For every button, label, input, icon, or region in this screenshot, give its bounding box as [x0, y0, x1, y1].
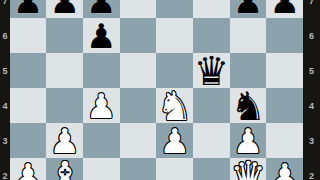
square-d5[interactable] [120, 53, 157, 88]
square-h2[interactable]: ♟ [266, 158, 303, 180]
rank-label-right-5: 5 [303, 66, 320, 76]
rank-label-right-7: 7 [303, 0, 320, 6]
rank-label-left-7: 7 [0, 0, 10, 6]
square-e2[interactable] [156, 158, 193, 180]
white-knight[interactable]: ♞ [157, 86, 193, 126]
square-b4[interactable] [46, 88, 83, 123]
chess-board: ♟♟♟♟♟♟♛♟♞♞♟♟♟♟♝♛♟ [10, 0, 304, 180]
black-pawn[interactable]: ♟ [270, 0, 300, 18]
rank-label-left-3: 3 [0, 136, 10, 146]
square-d3[interactable] [120, 123, 157, 158]
square-e7[interactable] [156, 0, 193, 18]
square-f3[interactable] [193, 123, 230, 158]
square-a6[interactable] [10, 18, 47, 53]
white-pawn[interactable]: ♟ [270, 159, 300, 180]
square-a2[interactable]: ♟ [10, 158, 47, 180]
square-d6[interactable] [120, 18, 157, 53]
rank-label-right-3: 3 [303, 136, 320, 146]
square-f5[interactable]: ♛ [193, 53, 230, 88]
square-b6[interactable] [46, 18, 83, 53]
square-e6[interactable] [156, 18, 193, 53]
square-a7[interactable]: ♟ [10, 0, 47, 18]
square-h5[interactable] [266, 53, 303, 88]
square-c3[interactable] [83, 123, 120, 158]
white-pawn[interactable]: ♟ [86, 89, 116, 123]
square-h6[interactable] [266, 18, 303, 53]
square-h4[interactable] [266, 88, 303, 123]
square-f7[interactable] [193, 0, 230, 18]
square-d2[interactable] [120, 158, 157, 180]
square-g6[interactable] [230, 18, 267, 53]
rank-label-left-4: 4 [0, 101, 10, 111]
square-g4[interactable]: ♞ [230, 88, 267, 123]
white-pawn[interactable]: ♟ [159, 124, 189, 158]
square-h7[interactable]: ♟ [266, 0, 303, 18]
rank-label-left-6: 6 [0, 31, 10, 41]
square-a3[interactable] [10, 123, 47, 158]
rank-label-right-6: 6 [303, 31, 320, 41]
black-pawn[interactable]: ♟ [233, 0, 263, 18]
square-e4[interactable]: ♞ [156, 88, 193, 123]
black-knight[interactable]: ♞ [230, 86, 266, 126]
black-pawn[interactable]: ♟ [49, 0, 79, 18]
white-queen[interactable]: ♛ [230, 156, 266, 180]
rank-label-right-2: 2 [303, 171, 320, 180]
square-f2[interactable] [193, 158, 230, 180]
square-c5[interactable] [83, 53, 120, 88]
square-e3[interactable]: ♟ [156, 123, 193, 158]
square-c6[interactable]: ♟ [83, 18, 120, 53]
square-c2[interactable] [83, 158, 120, 180]
square-b2[interactable]: ♝ [46, 158, 83, 180]
square-g7[interactable]: ♟ [230, 0, 267, 18]
rank-label-left-5: 5 [0, 66, 10, 76]
square-c4[interactable]: ♟ [83, 88, 120, 123]
black-pawn[interactable]: ♟ [13, 0, 43, 18]
square-b5[interactable] [46, 53, 83, 88]
square-g2[interactable]: ♛ [230, 158, 267, 180]
chessboard-screenshot: ♟♟♟♟♟♟♛♟♞♞♟♟♟♟♝♛♟ 8877665544332211 [0, 0, 320, 180]
square-d7[interactable] [120, 0, 157, 18]
black-pawn[interactable]: ♟ [86, 19, 116, 53]
white-bishop[interactable]: ♝ [47, 156, 83, 180]
square-b7[interactable]: ♟ [46, 0, 83, 18]
white-pawn[interactable]: ♟ [13, 159, 43, 180]
rank-label-right-4: 4 [303, 101, 320, 111]
black-queen[interactable]: ♛ [193, 51, 229, 91]
square-h3[interactable] [266, 123, 303, 158]
square-d4[interactable] [120, 88, 157, 123]
square-a4[interactable] [10, 88, 47, 123]
square-a5[interactable] [10, 53, 47, 88]
rank-label-left-2: 2 [0, 171, 10, 180]
